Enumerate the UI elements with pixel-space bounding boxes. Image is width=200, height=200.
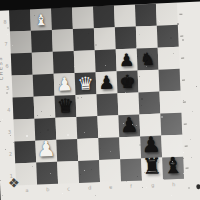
square-d5 [75,72,97,95]
square-d7 [73,28,95,51]
square-e5 [96,71,118,94]
square-h6 [158,47,180,70]
square-c5 [54,73,76,96]
square-e8 [93,5,115,28]
square-f6 [116,48,138,71]
square-c2 [56,139,78,162]
square-e4 [97,93,119,116]
file-label-f: f [130,183,132,189]
square-a7 [10,31,32,54]
square-f5 [117,70,139,93]
board-photo: CHESS ❖ ♝♟♛♟♛♟♚♟♞♟♟♜♝ 87654321abcdefgh [0,0,200,200]
square-grid [9,3,184,186]
rank-label-2: 2 [9,151,12,157]
square-f7 [115,27,137,50]
square-h2 [161,135,183,158]
square-b6 [32,52,54,75]
edge-tick [180,36,183,37]
square-b2 [35,140,57,163]
file-label-e: e [109,184,112,190]
edge-tick [186,168,189,169]
file-label-g: g [151,182,154,188]
square-g5 [138,70,160,93]
edge-tick [181,58,184,59]
file-label-d: d [88,184,91,190]
square-a5 [12,75,34,98]
square-h8 [156,3,178,26]
rank-label-3: 3 [8,129,11,135]
square-e3 [97,115,119,138]
square-d2 [77,138,99,161]
square-c8 [51,7,73,30]
square-g6 [137,48,159,71]
edge-tick [183,102,186,103]
square-g8 [135,4,157,27]
square-a4 [13,97,35,120]
file-label-h: h [172,181,175,187]
square-c4 [55,95,77,118]
square-f2 [119,136,141,159]
square-e2 [98,137,120,160]
rank-label-1: 1 [10,173,13,179]
square-a2 [14,141,36,164]
rank-label-7: 7 [4,41,7,47]
square-g1 [141,158,163,181]
file-label-b: b [46,186,49,192]
square-c3 [55,117,77,140]
square-f3 [118,114,140,137]
edge-tick [184,124,187,125]
square-d8 [72,6,94,29]
rank-label-6: 6 [5,63,8,69]
square-e6 [95,49,117,72]
mat-edge-brand-text: CHESS [0,56,4,80]
square-b7 [31,30,53,53]
square-b1 [36,162,58,185]
square-h4 [159,91,181,114]
square-e1 [99,159,121,182]
square-f8 [114,5,136,28]
square-d1 [78,160,100,183]
edge-tick [179,14,182,15]
square-c6 [53,51,75,74]
square-h5 [159,69,181,92]
square-a6 [11,53,33,76]
edge-tick [182,80,185,81]
square-g7 [136,26,158,49]
square-h1 [162,157,184,180]
edge-tick [185,146,188,147]
rank-label-4: 4 [7,107,10,113]
square-a8 [9,9,31,32]
file-label-c: c [67,185,70,191]
chess-board: ♝♟♛♟♛♟♚♟♞♟♟♜♝ [9,3,184,186]
square-g2 [140,136,162,159]
corner-smudge [196,184,200,189]
square-f4 [117,92,139,115]
square-c7 [52,29,74,52]
square-h7 [157,25,179,48]
square-g3 [139,114,161,137]
square-f1 [120,158,142,181]
square-d3 [76,116,98,139]
file-label-a: a [25,187,28,193]
square-d4 [76,94,98,117]
square-h3 [160,113,182,136]
square-b3 [34,118,56,141]
square-d6 [74,50,96,73]
square-b4 [34,96,56,119]
rank-label-5: 5 [6,85,9,91]
square-e7 [94,27,116,50]
chess-mat: CHESS ❖ ♝♟♛♟♛♟♚♟♞♟♟♜♝ 87654321abcdefgh [0,0,200,200]
rank-label-8: 8 [3,19,6,25]
square-c1 [57,161,79,184]
square-g4 [138,92,160,115]
square-b8 [30,8,52,31]
square-b5 [33,74,55,97]
square-a3 [13,119,35,142]
